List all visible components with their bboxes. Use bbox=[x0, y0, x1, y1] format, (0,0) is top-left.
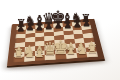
photo-backdrop: ♜♞♝♛♚♝♞♜♟♟♟♟♟♟♟♟♟♟♟♟♟♟♟♟♜♞♝♛♚♝♞♜ bbox=[0, 0, 120, 80]
piece-black-pawn-f7[interactable]: ♟ bbox=[63, 20, 72, 30]
piece-white-rook-a1[interactable]: ♜ bbox=[13, 48, 24, 61]
piece-black-pawn-c7[interactable]: ♟ bbox=[35, 22, 44, 32]
piece-black-pawn-g7[interactable]: ♟ bbox=[73, 20, 82, 30]
piece-black-pawn-a7[interactable]: ♟ bbox=[16, 23, 25, 33]
piece-black-pawn-b7[interactable]: ♟ bbox=[26, 23, 35, 33]
piece-white-knight-g1[interactable]: ♞ bbox=[75, 42, 88, 57]
piece-white-bishop-c1[interactable]: ♝ bbox=[33, 44, 47, 60]
piece-black-pawn-d7[interactable]: ♟ bbox=[45, 21, 54, 31]
piece-black-pawn-e7[interactable]: ♟ bbox=[54, 21, 63, 31]
piece-black-pawn-h7[interactable]: ♟ bbox=[82, 19, 91, 29]
